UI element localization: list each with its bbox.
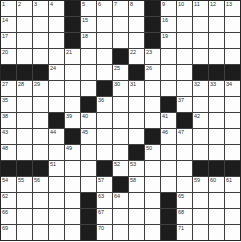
cell-r10c5[interactable]: 49 <box>65 145 80 160</box>
cell-r9c15[interactable] <box>225 129 240 144</box>
cell-r4c12[interactable] <box>177 49 192 64</box>
clue-number-37: 37 <box>178 97 184 103</box>
black-square-r3c5 <box>65 33 80 48</box>
cell-r14c8[interactable] <box>113 209 128 224</box>
clue-number-1: 1 <box>2 1 5 7</box>
clue-number-63: 63 <box>98 193 104 199</box>
cell-r1c15[interactable]: 13 <box>225 1 240 16</box>
clue-number-21: 21 <box>66 49 72 55</box>
cell-r8c3[interactable] <box>33 113 48 128</box>
cell-r6c2[interactable]: 28 <box>17 81 32 96</box>
black-square-r11c15 <box>225 161 240 176</box>
cell-r3c15[interactable] <box>225 33 240 48</box>
clue-number-54: 54 <box>2 177 8 183</box>
clue-number-23: 23 <box>146 49 152 55</box>
cell-r7c4[interactable] <box>49 97 64 112</box>
clue-number-17: 17 <box>2 33 8 39</box>
cell-r10c1[interactable]: 48 <box>1 145 16 160</box>
clue-number-67: 67 <box>98 209 104 215</box>
black-square-r1c10 <box>145 1 160 16</box>
black-square-r8c4 <box>49 113 64 128</box>
cell-r7c5[interactable] <box>65 97 80 112</box>
clue-number-49: 49 <box>66 145 72 151</box>
cell-r4c10[interactable]: 23 <box>145 49 160 64</box>
cell-r4c6[interactable] <box>81 49 96 64</box>
black-square-r13c11 <box>161 193 176 208</box>
black-square-r7c6 <box>81 97 96 112</box>
cell-r1c7[interactable]: 6 <box>97 1 112 16</box>
cell-r6c9[interactable]: 31 <box>129 81 144 96</box>
cell-r9c14[interactable] <box>209 129 224 144</box>
black-square-r2c5 <box>65 17 80 32</box>
cell-r12c1[interactable]: 54 <box>1 177 16 192</box>
cell-r1c6[interactable]: 5 <box>81 1 96 16</box>
cell-r4c15[interactable] <box>225 49 240 64</box>
cell-r6c5[interactable] <box>65 81 80 96</box>
cell-r2c11[interactable]: 16 <box>161 17 176 32</box>
cell-r1c13[interactable]: 11 <box>193 1 208 16</box>
clue-number-27: 27 <box>2 81 8 87</box>
clue-number-7: 7 <box>114 1 117 7</box>
cell-r15c14[interactable] <box>209 225 224 240</box>
cell-r5c6[interactable] <box>81 65 96 80</box>
black-square-r11c3 <box>33 161 48 176</box>
clue-number-43: 43 <box>2 129 8 135</box>
cell-r10c7[interactable] <box>97 145 112 160</box>
cell-r15c3[interactable] <box>33 225 48 240</box>
black-square-r8c12 <box>177 113 192 128</box>
cell-r12c12[interactable] <box>177 177 192 192</box>
cell-r5c8[interactable]: 25 <box>113 65 128 80</box>
clue-number-13: 13 <box>226 1 232 7</box>
clue-number-33: 33 <box>210 81 216 87</box>
cell-r3c4[interactable] <box>49 33 64 48</box>
clue-number-38: 38 <box>2 113 8 119</box>
clue-number-44: 44 <box>50 129 56 135</box>
cell-r12c4[interactable] <box>49 177 64 192</box>
cell-r7c7[interactable]: 36 <box>97 97 112 112</box>
cell-r7c1[interactable]: 35 <box>1 97 16 112</box>
clue-number-32: 32 <box>194 81 200 87</box>
cell-r9c9[interactable] <box>129 129 144 144</box>
cell-r12c10[interactable] <box>145 177 160 192</box>
cell-r15c12[interactable]: 71 <box>177 225 192 240</box>
cell-r1c11[interactable]: 9 <box>161 1 176 16</box>
black-square-r11c14 <box>209 161 224 176</box>
cell-r6c10[interactable] <box>145 81 160 96</box>
cell-r14c2[interactable] <box>17 209 32 224</box>
cell-r2c15[interactable] <box>225 17 240 32</box>
cell-r2c3[interactable] <box>33 17 48 32</box>
cell-r12c7[interactable]: 57 <box>97 177 112 192</box>
clue-number-5: 5 <box>82 1 85 7</box>
clue-number-12: 12 <box>210 1 216 7</box>
cell-r15c5[interactable] <box>65 225 80 240</box>
cell-r9c2[interactable] <box>17 129 32 144</box>
clue-number-56: 56 <box>34 177 40 183</box>
cell-r7c8[interactable] <box>113 97 128 112</box>
clue-number-34: 34 <box>226 81 232 87</box>
cell-r6c13[interactable]: 32 <box>193 81 208 96</box>
black-square-r5c2 <box>17 65 32 80</box>
black-square-r14c6 <box>81 209 96 224</box>
cell-r8c8[interactable] <box>113 113 128 128</box>
cell-r13c12[interactable]: 65 <box>177 193 192 208</box>
cell-r8c15[interactable] <box>225 113 240 128</box>
cell-r4c9[interactable]: 22 <box>129 49 144 64</box>
cell-r2c8[interactable] <box>113 17 128 32</box>
cell-r13c1[interactable]: 62 <box>1 193 16 208</box>
cell-r9c3[interactable] <box>33 129 48 144</box>
cell-r9c4[interactable]: 44 <box>49 129 64 144</box>
clue-number-46: 46 <box>162 129 168 135</box>
black-square-r1c5 <box>65 1 80 16</box>
cell-r15c2[interactable] <box>17 225 32 240</box>
cell-r9c8[interactable] <box>113 129 128 144</box>
cell-r7c9[interactable] <box>129 97 144 112</box>
cell-r13c9[interactable] <box>129 193 144 208</box>
clue-number-4: 4 <box>50 1 53 7</box>
cell-r10c13[interactable] <box>193 145 208 160</box>
cell-r2c1[interactable]: 14 <box>1 17 16 32</box>
cell-r15c1[interactable]: 69 <box>1 225 16 240</box>
cell-r12c2[interactable]: 55 <box>17 177 32 192</box>
clue-number-40: 40 <box>82 113 88 119</box>
cell-r4c7[interactable] <box>97 49 112 64</box>
cell-r3c13[interactable] <box>193 33 208 48</box>
clue-number-58: 58 <box>130 177 136 183</box>
cell-r15c15[interactable] <box>225 225 240 240</box>
cell-r11c5[interactable] <box>65 161 80 176</box>
clue-number-29: 29 <box>34 81 40 87</box>
cell-r9c12[interactable]: 47 <box>177 129 192 144</box>
cell-r10c3[interactable] <box>33 145 48 160</box>
cell-r3c8[interactable] <box>113 33 128 48</box>
cell-r13c8[interactable]: 64 <box>113 193 128 208</box>
clue-number-20: 20 <box>2 49 8 55</box>
cell-r10c11[interactable] <box>161 145 176 160</box>
cell-r2c12[interactable] <box>177 17 192 32</box>
black-square-r12c8 <box>113 177 128 192</box>
cell-r10c12[interactable] <box>177 145 192 160</box>
clue-number-9: 9 <box>162 1 165 7</box>
cell-r10c2[interactable] <box>17 145 32 160</box>
cell-r8c7[interactable] <box>97 113 112 128</box>
clue-number-69: 69 <box>2 225 8 231</box>
cell-r5c11[interactable] <box>161 65 176 80</box>
cell-r9c7[interactable] <box>97 129 112 144</box>
clue-number-28: 28 <box>18 81 24 87</box>
cell-r5c7[interactable] <box>97 65 112 80</box>
clue-number-68: 68 <box>178 209 184 215</box>
cell-r10c8[interactable] <box>113 145 128 160</box>
clue-number-62: 62 <box>2 193 8 199</box>
cell-r9c6[interactable]: 45 <box>81 129 96 144</box>
cell-r10c14[interactable] <box>209 145 224 160</box>
cell-r9c11[interactable]: 46 <box>161 129 176 144</box>
clue-number-36: 36 <box>98 97 104 103</box>
cell-r3c7[interactable] <box>97 33 112 48</box>
cell-r13c14[interactable] <box>209 193 224 208</box>
clue-number-30: 30 <box>114 81 120 87</box>
cell-r1c3[interactable]: 3 <box>33 1 48 16</box>
cell-r5c10[interactable]: 26 <box>145 65 160 80</box>
cell-r14c14[interactable] <box>209 209 224 224</box>
black-square-r5c3 <box>33 65 48 80</box>
clue-number-6: 6 <box>98 1 101 7</box>
cell-r6c3[interactable]: 29 <box>33 81 48 96</box>
black-square-r15c6 <box>81 225 96 240</box>
cell-r7c10[interactable] <box>145 97 160 112</box>
cell-r1c12[interactable]: 10 <box>177 1 192 16</box>
cell-r5c12[interactable] <box>177 65 192 80</box>
cell-r7c14[interactable] <box>209 97 224 112</box>
cell-r10c10[interactable]: 50 <box>145 145 160 160</box>
cell-r13c13[interactable] <box>193 193 208 208</box>
cell-r4c2[interactable] <box>17 49 32 64</box>
cell-r4c3[interactable] <box>33 49 48 64</box>
cell-r14c10[interactable] <box>145 209 160 224</box>
cell-r8c10[interactable] <box>145 113 160 128</box>
cell-r7c13[interactable] <box>193 97 208 112</box>
cell-r11c4[interactable]: 51 <box>49 161 64 176</box>
cell-r10c6[interactable] <box>81 145 96 160</box>
black-square-r7c11 <box>161 97 176 112</box>
cell-r15c7[interactable]: 70 <box>97 225 112 240</box>
cell-r2c14[interactable] <box>209 17 224 32</box>
clue-number-48: 48 <box>2 145 8 151</box>
clue-number-52: 52 <box>114 161 120 167</box>
cell-r4c14[interactable] <box>209 49 224 64</box>
cell-r10c15[interactable] <box>225 145 240 160</box>
cell-r3c11[interactable]: 19 <box>161 33 176 48</box>
black-square-r11c7 <box>97 161 112 176</box>
cell-r9c1[interactable]: 43 <box>1 129 16 144</box>
cell-r8c13[interactable]: 42 <box>193 113 208 128</box>
cell-r4c1[interactable]: 20 <box>1 49 16 64</box>
cell-r14c1[interactable]: 66 <box>1 209 16 224</box>
clue-number-59: 59 <box>194 177 200 183</box>
black-square-r4c8 <box>113 49 128 64</box>
clue-number-35: 35 <box>2 97 8 103</box>
clue-number-16: 16 <box>162 17 168 23</box>
clue-number-42: 42 <box>194 113 200 119</box>
black-square-r5c9 <box>129 65 144 80</box>
cell-r7c2[interactable] <box>17 97 32 112</box>
clue-number-8: 8 <box>130 1 133 7</box>
cell-r2c6[interactable]: 15 <box>81 17 96 32</box>
cell-r5c4[interactable]: 24 <box>49 65 64 80</box>
cell-r1c14[interactable]: 12 <box>209 1 224 16</box>
clue-number-19: 19 <box>162 33 168 39</box>
clue-number-60: 60 <box>210 177 216 183</box>
black-square-r11c1 <box>1 161 16 176</box>
clue-number-31: 31 <box>130 81 136 87</box>
clue-number-2: 2 <box>18 1 21 7</box>
clue-number-39: 39 <box>66 113 72 119</box>
cell-r13c4[interactable] <box>49 193 64 208</box>
black-square-r13c6 <box>81 193 96 208</box>
clue-number-53: 53 <box>130 161 136 167</box>
black-square-r14c11 <box>161 209 176 224</box>
cell-r10c4[interactable] <box>49 145 64 160</box>
cell-r12c13[interactable]: 59 <box>193 177 208 192</box>
black-square-r11c2 <box>17 161 32 176</box>
clue-number-55: 55 <box>18 177 24 183</box>
cell-r1c8[interactable]: 7 <box>113 1 128 16</box>
clue-number-11: 11 <box>194 1 200 7</box>
black-square-r10c9 <box>129 145 144 160</box>
cell-r12c3[interactable]: 56 <box>33 177 48 192</box>
cell-r8c14[interactable] <box>209 113 224 128</box>
cell-r7c12[interactable]: 37 <box>177 97 192 112</box>
cell-r3c1[interactable]: 17 <box>1 33 16 48</box>
cell-r4c5[interactable]: 21 <box>65 49 80 64</box>
cell-r12c5[interactable] <box>65 177 80 192</box>
cell-r6c15[interactable]: 34 <box>225 81 240 96</box>
cell-r3c9[interactable] <box>129 33 144 48</box>
black-square-r2c10 <box>145 17 160 32</box>
cell-r13c15[interactable] <box>225 193 240 208</box>
cell-r6c14[interactable]: 33 <box>209 81 224 96</box>
clue-number-26: 26 <box>146 65 152 71</box>
cell-r13c3[interactable] <box>33 193 48 208</box>
black-square-r5c13 <box>193 65 208 80</box>
cell-r14c4[interactable] <box>49 209 64 224</box>
clue-number-66: 66 <box>2 209 8 215</box>
cell-r2c4[interactable] <box>49 17 64 32</box>
cell-r6c6[interactable] <box>81 81 96 96</box>
cell-r1c1[interactable]: 1 <box>1 1 16 16</box>
clue-number-18: 18 <box>82 33 88 39</box>
clue-number-41: 41 <box>162 113 168 119</box>
cell-r14c9[interactable] <box>129 209 144 224</box>
cell-r8c11[interactable]: 41 <box>161 113 176 128</box>
cell-r9c13[interactable] <box>193 129 208 144</box>
cell-r11c9[interactable]: 53 <box>129 161 144 176</box>
black-square-r3c10 <box>145 33 160 48</box>
cell-r3c3[interactable] <box>33 33 48 48</box>
cell-r13c2[interactable] <box>17 193 32 208</box>
cell-r11c6[interactable] <box>81 161 96 176</box>
clue-number-57: 57 <box>98 177 104 183</box>
cell-r11c10[interactable] <box>145 161 160 176</box>
cell-r4c13[interactable] <box>193 49 208 64</box>
cell-r2c9[interactable] <box>129 17 144 32</box>
black-square-r15c11 <box>161 225 176 240</box>
cell-r8c6[interactable]: 40 <box>81 113 96 128</box>
cell-r8c1[interactable]: 38 <box>1 113 16 128</box>
cell-r12c11[interactable] <box>161 177 176 192</box>
clue-number-65: 65 <box>178 193 184 199</box>
cell-r7c3[interactable] <box>33 97 48 112</box>
cell-r6c11[interactable] <box>161 81 176 96</box>
black-square-r9c5 <box>65 129 80 144</box>
clue-number-14: 14 <box>2 17 8 23</box>
cell-r12c15[interactable]: 61 <box>225 177 240 192</box>
cell-r13c5[interactable] <box>65 193 80 208</box>
crossword-grid: 1234567891011121314151617181920212223242… <box>0 0 241 241</box>
cell-r3c6[interactable]: 18 <box>81 33 96 48</box>
clue-number-3: 3 <box>34 1 37 7</box>
cell-r3c12[interactable] <box>177 33 192 48</box>
cell-r2c13[interactable] <box>193 17 208 32</box>
cell-r4c4[interactable] <box>49 49 64 64</box>
black-square-r5c1 <box>1 65 16 80</box>
cell-r14c15[interactable] <box>225 209 240 224</box>
cell-r11c11[interactable] <box>161 161 176 176</box>
cell-r5c5[interactable] <box>65 65 80 80</box>
black-square-r9c10 <box>145 129 160 144</box>
cell-r11c8[interactable]: 52 <box>113 161 128 176</box>
cell-r15c13[interactable] <box>193 225 208 240</box>
clue-number-71: 71 <box>178 225 184 231</box>
cell-r15c9[interactable] <box>129 225 144 240</box>
cell-r2c7[interactable] <box>97 17 112 32</box>
cell-r15c10[interactable] <box>145 225 160 240</box>
cell-r6c12[interactable] <box>177 81 192 96</box>
cell-r1c9[interactable]: 8 <box>129 1 144 16</box>
clue-number-70: 70 <box>98 225 104 231</box>
cell-r11c12[interactable] <box>177 161 192 176</box>
cell-r2c2[interactable] <box>17 17 32 32</box>
cell-r14c12[interactable]: 68 <box>177 209 192 224</box>
clue-number-51: 51 <box>50 161 56 167</box>
clue-number-61: 61 <box>226 177 232 183</box>
cell-r12c9[interactable]: 58 <box>129 177 144 192</box>
cell-r14c7[interactable]: 67 <box>97 209 112 224</box>
clue-number-45: 45 <box>82 129 88 135</box>
cell-r6c8[interactable]: 30 <box>113 81 128 96</box>
cell-r1c4[interactable]: 4 <box>49 1 64 16</box>
cell-r14c5[interactable] <box>65 209 80 224</box>
cell-r12c6[interactable] <box>81 177 96 192</box>
clue-number-64: 64 <box>114 193 120 199</box>
clue-number-10: 10 <box>178 1 184 7</box>
black-square-r5c14 <box>209 65 224 80</box>
cell-r4c11[interactable] <box>161 49 176 64</box>
cell-r13c10[interactable] <box>145 193 160 208</box>
cell-r13c7[interactable]: 63 <box>97 193 112 208</box>
crossword-puzzle: 1234567891011121314151617181920212223242… <box>0 0 241 242</box>
black-square-r11c13 <box>193 161 208 176</box>
cell-r14c13[interactable] <box>193 209 208 224</box>
cell-r1c2[interactable]: 2 <box>17 1 32 16</box>
black-square-r5c15 <box>225 65 240 80</box>
cell-r8c2[interactable] <box>17 113 32 128</box>
clue-number-25: 25 <box>114 65 120 71</box>
black-square-r6c7 <box>97 81 112 96</box>
cell-r7c15[interactable] <box>225 97 240 112</box>
cell-r8c9[interactable] <box>129 113 144 128</box>
clue-number-47: 47 <box>178 129 184 135</box>
cell-r3c14[interactable] <box>209 33 224 48</box>
clue-number-15: 15 <box>82 17 88 23</box>
cell-r12c14[interactable]: 60 <box>209 177 224 192</box>
cell-r15c4[interactable] <box>49 225 64 240</box>
clue-number-50: 50 <box>146 145 152 151</box>
cell-r14c3[interactable] <box>33 209 48 224</box>
clue-number-24: 24 <box>50 65 56 71</box>
clue-number-22: 22 <box>130 49 136 55</box>
cell-r6c4[interactable] <box>49 81 64 96</box>
cell-r6c1[interactable]: 27 <box>1 81 16 96</box>
cell-r8c5[interactable]: 39 <box>65 113 80 128</box>
cell-r15c8[interactable] <box>113 225 128 240</box>
cell-r3c2[interactable] <box>17 33 32 48</box>
